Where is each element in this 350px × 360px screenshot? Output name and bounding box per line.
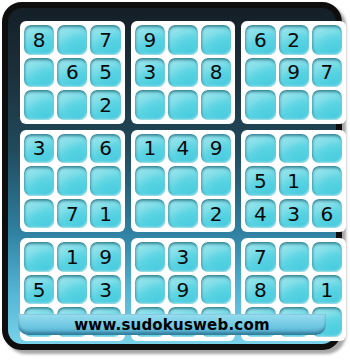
- sudoku-cell[interactable]: 7: [245, 242, 275, 272]
- sudoku-cell[interactable]: 2: [90, 90, 120, 120]
- sudoku-cell[interactable]: [135, 275, 165, 305]
- sudoku-cell[interactable]: [245, 90, 275, 120]
- sudoku-cell[interactable]: 6: [312, 199, 342, 229]
- sudoku-cell[interactable]: 3: [135, 58, 165, 88]
- sudoku-cell[interactable]: 1: [90, 199, 120, 229]
- sudoku-cell[interactable]: 5: [245, 166, 275, 196]
- sudoku-cell[interactable]: 2: [201, 199, 231, 229]
- sudoku-cell[interactable]: [135, 90, 165, 120]
- sudoku-box: 51436: [241, 130, 346, 233]
- sudoku-box: 1492: [131, 130, 236, 233]
- sudoku-cell[interactable]: [201, 90, 231, 120]
- sudoku-cell[interactable]: 1: [57, 242, 87, 272]
- sudoku-cell[interactable]: 9: [201, 134, 231, 164]
- sudoku-cell[interactable]: [312, 242, 342, 272]
- sudoku-cell[interactable]: [24, 242, 54, 272]
- sudoku-cell[interactable]: [135, 166, 165, 196]
- sudoku-board: 876529386297367114925143619533965781: [20, 21, 346, 341]
- sudoku-box: 6297: [241, 21, 346, 124]
- sudoku-cell[interactable]: 6: [57, 58, 87, 88]
- sudoku-cell[interactable]: [201, 275, 231, 305]
- sudoku-cell[interactable]: 7: [57, 199, 87, 229]
- sudoku-cell[interactable]: [201, 25, 231, 55]
- sudoku-cell[interactable]: 6: [90, 134, 120, 164]
- sudoku-cell[interactable]: 9: [168, 275, 198, 305]
- sudoku-cell[interactable]: [57, 134, 87, 164]
- sudoku-cell[interactable]: 3: [168, 242, 198, 272]
- sudoku-cell[interactable]: 2: [279, 25, 309, 55]
- board-frame: 876529386297367114925143619533965781 www…: [2, 2, 342, 350]
- sudoku-cell[interactable]: 1: [279, 166, 309, 196]
- sudoku-cell[interactable]: [201, 242, 231, 272]
- sudoku-cell[interactable]: [245, 134, 275, 164]
- sudoku-cell[interactable]: 5: [24, 275, 54, 305]
- sudoku-cell[interactable]: [24, 90, 54, 120]
- sudoku-cell[interactable]: 3: [24, 134, 54, 164]
- sudoku-cell[interactable]: 5: [90, 58, 120, 88]
- sudoku-cell[interactable]: [201, 166, 231, 196]
- sudoku-cell[interactable]: [168, 166, 198, 196]
- sudoku-cell[interactable]: 7: [312, 58, 342, 88]
- sudoku-cell[interactable]: [168, 199, 198, 229]
- sudoku-cell[interactable]: 8: [201, 58, 231, 88]
- sudoku-cell[interactable]: [312, 134, 342, 164]
- sudoku-cell[interactable]: [279, 134, 309, 164]
- sudoku-cell[interactable]: [312, 25, 342, 55]
- sudoku-cell[interactable]: [24, 166, 54, 196]
- sudoku-cell[interactable]: 6: [245, 25, 275, 55]
- sudoku-widget: 876529386297367114925143619533965781 www…: [0, 0, 350, 360]
- sudoku-cell[interactable]: [279, 242, 309, 272]
- sudoku-cell[interactable]: 3: [279, 199, 309, 229]
- sudoku-cell[interactable]: 3: [90, 275, 120, 305]
- site-link[interactable]: www.sudokusweb.com: [74, 316, 269, 334]
- sudoku-cell[interactable]: [57, 275, 87, 305]
- sudoku-cell[interactable]: [168, 90, 198, 120]
- sudoku-cell[interactable]: 9: [90, 242, 120, 272]
- sudoku-cell[interactable]: 4: [245, 199, 275, 229]
- sudoku-cell[interactable]: [312, 90, 342, 120]
- sudoku-cell[interactable]: 8: [24, 25, 54, 55]
- sudoku-cell[interactable]: [57, 25, 87, 55]
- sudoku-box: 938: [131, 21, 236, 124]
- sudoku-cell[interactable]: [168, 58, 198, 88]
- sudoku-cell[interactable]: 9: [135, 25, 165, 55]
- sudoku-cell[interactable]: [279, 275, 309, 305]
- sudoku-cell[interactable]: [57, 166, 87, 196]
- sudoku-cell[interactable]: [245, 58, 275, 88]
- sudoku-cell[interactable]: 8: [245, 275, 275, 305]
- sudoku-cell[interactable]: [57, 90, 87, 120]
- sudoku-cell[interactable]: 9: [279, 58, 309, 88]
- sudoku-cell[interactable]: [24, 199, 54, 229]
- sudoku-cell[interactable]: 7: [90, 25, 120, 55]
- footer-band: www.sudokusweb.com: [18, 314, 326, 335]
- sudoku-cell[interactable]: [135, 199, 165, 229]
- sudoku-cell[interactable]: 1: [135, 134, 165, 164]
- sudoku-cell[interactable]: 1: [312, 275, 342, 305]
- sudoku-cell[interactable]: [135, 242, 165, 272]
- sudoku-cell[interactable]: [312, 166, 342, 196]
- sudoku-box: 3671: [20, 130, 125, 233]
- sudoku-box: 87652: [20, 21, 125, 124]
- sudoku-cell[interactable]: 4: [168, 134, 198, 164]
- sudoku-cell[interactable]: [90, 166, 120, 196]
- sudoku-cell[interactable]: [279, 90, 309, 120]
- sudoku-cell[interactable]: [24, 58, 54, 88]
- sudoku-cell[interactable]: [168, 25, 198, 55]
